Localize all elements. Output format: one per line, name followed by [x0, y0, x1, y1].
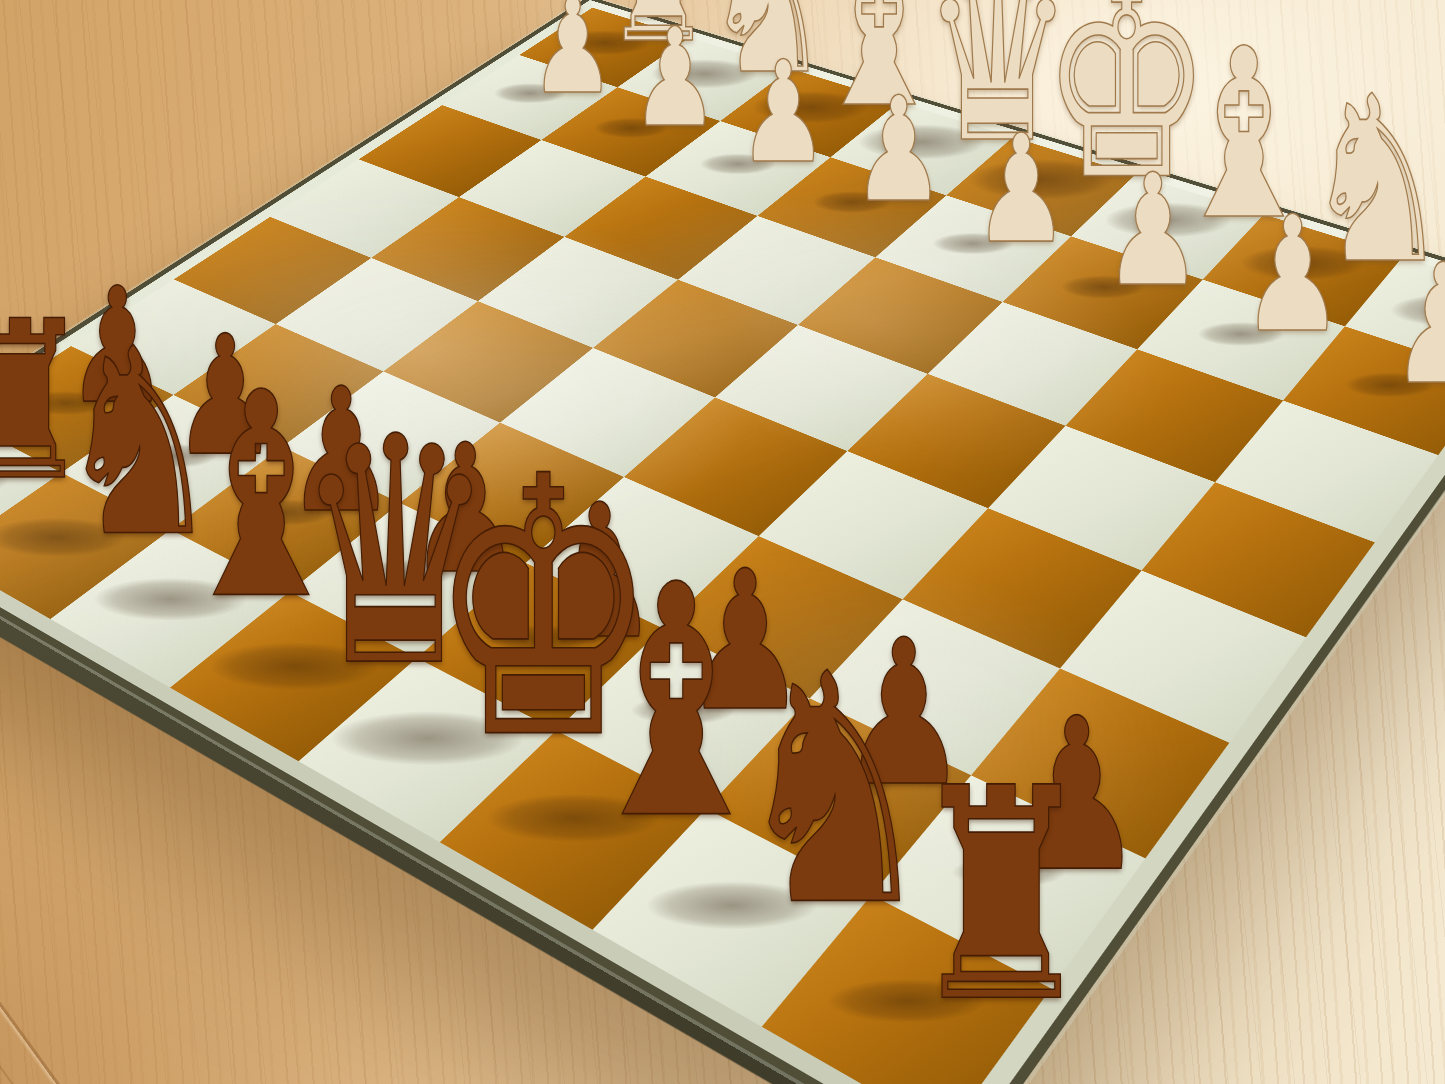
photo-scene: ♜♜♞♞♝♝♛♛♚♚♝♝♞♞♜♜♟♟♟♟♟♟♟♟♟♟♟♟♟♟♟♟♟♟♟♟♟♟♟♟…	[0, 0, 1445, 1084]
pieces-layer: ♜♜♞♞♝♝♛♛♚♚♝♝♞♞♜♜♟♟♟♟♟♟♟♟♟♟♟♟♟♟♟♟♟♟♟♟♟♟♟♟…	[0, 0, 1445, 1084]
